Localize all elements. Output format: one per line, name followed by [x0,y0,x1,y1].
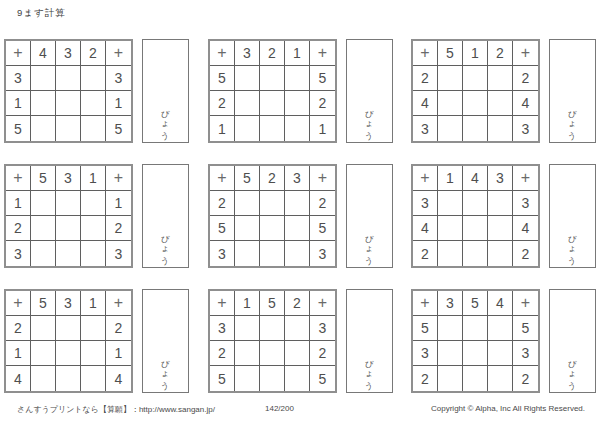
row-addend-cell: 3 [310,241,335,266]
answer-cell[interactable] [438,191,463,216]
answer-cell[interactable] [260,316,285,341]
row-addend-cell: 5 [310,66,335,91]
answer-cell[interactable] [235,216,260,241]
answer-cell[interactable] [56,341,81,366]
operator-cell: + [310,41,335,66]
row-addend-cell: 3 [413,191,438,216]
seconds-label: びょう [567,104,579,136]
row-addend-cell: 4 [106,366,131,391]
answer-cell[interactable] [235,241,260,266]
row-addend-cell: 1 [6,91,31,116]
answer-cell[interactable] [438,91,463,116]
puzzle-block-5: +523+225533びょう [208,164,394,268]
row-addend-cell: 2 [513,241,538,266]
answer-cell[interactable] [463,316,488,341]
puzzle-block-6: +143+334422びょう [411,164,597,268]
puzzle-grid: +523+225533 [208,164,337,268]
answer-cell[interactable] [285,116,310,141]
answer-cell[interactable] [438,341,463,366]
answer-cell[interactable] [235,316,260,341]
answer-cell[interactable] [285,91,310,116]
puzzle-grid: +531+112233 [4,164,133,268]
operator-cell: + [513,166,538,191]
row-addend-cell: 4 [513,216,538,241]
operator-cell: + [210,41,235,66]
footer-copyright: Copyright © Alpha, Inc All Rights Reserv… [431,404,585,413]
row-addend-cell: 1 [6,341,31,366]
answer-cell[interactable] [438,216,463,241]
puzzle-grid: +321+552211 [208,39,337,143]
puzzle-block-9: +354+553322びょう [411,289,597,393]
answer-cell[interactable] [56,366,81,391]
answer-cell[interactable] [463,91,488,116]
puzzle-block-7: +531+221144びょう [4,289,190,393]
answer-cell[interactable] [488,66,513,91]
answer-cell[interactable] [56,116,81,141]
answer-cell[interactable] [285,66,310,91]
row-addend-cell: 2 [310,91,335,116]
operator-cell: + [413,166,438,191]
puzzle-block-3: +512+224433びょう [411,39,597,143]
operator-cell: + [310,291,335,316]
top-addend-cell: 4 [488,291,513,316]
row-addend-cell: 3 [310,316,335,341]
row-addend-cell: 2 [310,191,335,216]
row-addend-cell: 3 [6,66,31,91]
time-box: びょう [549,39,596,143]
puzzle-block-1: +432+331155びょう [4,39,190,143]
top-addend-cell: 2 [81,41,106,66]
operator-cell: + [513,41,538,66]
top-addend-cell: 2 [285,291,310,316]
row-addend-cell: 3 [210,316,235,341]
answer-cell[interactable] [438,316,463,341]
top-addend-cell: 3 [438,291,463,316]
seconds-label: びょう [160,354,172,386]
top-addend-cell: 5 [260,291,285,316]
answer-cell[interactable] [260,366,285,391]
seconds-label: びょう [160,104,172,136]
row-addend-cell: 5 [210,66,235,91]
seconds-label: びょう [160,229,172,261]
row-addend-cell: 5 [413,316,438,341]
operator-cell: + [513,291,538,316]
top-addend-cell: 5 [31,166,56,191]
answer-cell[interactable] [31,366,56,391]
row-addend-cell: 1 [106,341,131,366]
answer-cell[interactable] [285,341,310,366]
operator-cell: + [6,291,31,316]
time-box: びょう [142,289,189,393]
row-addend-cell: 2 [513,66,538,91]
top-addend-cell: 5 [235,166,260,191]
row-addend-cell: 5 [6,116,31,141]
time-box: びょう [142,164,189,268]
row-addend-cell: 2 [413,241,438,266]
answer-cell[interactable] [260,91,285,116]
time-box: びょう [346,164,393,268]
row-addend-cell: 5 [106,116,131,141]
answer-cell[interactable] [56,66,81,91]
answer-cell[interactable] [31,241,56,266]
row-addend-cell: 4 [413,91,438,116]
answer-cell[interactable] [81,241,106,266]
operator-cell: + [6,41,31,66]
answer-cell[interactable] [488,216,513,241]
answer-cell[interactable] [260,216,285,241]
top-addend-cell: 5 [463,291,488,316]
answer-cell[interactable] [235,66,260,91]
row-addend-cell: 3 [413,341,438,366]
puzzle-block-8: +152+332255びょう [208,289,394,393]
row-addend-cell: 2 [413,66,438,91]
puzzle-grid: +354+553322 [411,289,540,393]
row-addend-cell: 2 [310,341,335,366]
footer-site-text: さんすうプリントなら【算願】：http://www.sangan.jp/ [17,404,215,415]
puzzle-grid: +432+331155 [4,39,133,143]
time-box: びょう [549,164,596,268]
row-addend-cell: 3 [513,191,538,216]
puzzle-grid: +512+224433 [411,39,540,143]
top-addend-cell: 4 [31,41,56,66]
answer-cell[interactable] [81,116,106,141]
answer-cell[interactable] [235,366,260,391]
answer-cell[interactable] [81,366,106,391]
answer-cell[interactable] [438,116,463,141]
row-addend-cell: 1 [106,91,131,116]
row-addend-cell: 3 [106,241,131,266]
top-addend-cell: 2 [488,41,513,66]
answer-cell[interactable] [31,91,56,116]
top-addend-cell: 1 [438,166,463,191]
answer-cell[interactable] [285,191,310,216]
row-addend-cell: 1 [310,116,335,141]
row-addend-cell: 2 [413,366,438,391]
answer-cell[interactable] [56,191,81,216]
answer-cell[interactable] [81,91,106,116]
answer-cell[interactable] [488,116,513,141]
answer-cell[interactable] [31,216,56,241]
operator-cell: + [210,166,235,191]
footer: さんすうプリントなら【算願】：http://www.sangan.jp/ 142… [0,404,600,418]
top-addend-cell: 1 [285,41,310,66]
time-box: びょう [142,39,189,143]
answer-cell[interactable] [235,91,260,116]
answer-cell[interactable] [56,316,81,341]
row-addend-cell: 3 [106,66,131,91]
answer-cell[interactable] [31,316,56,341]
answer-cell[interactable] [235,116,260,141]
answer-cell[interactable] [438,366,463,391]
row-addend-cell: 3 [513,116,538,141]
answer-cell[interactable] [488,316,513,341]
row-addend-cell: 1 [6,191,31,216]
answer-cell[interactable] [488,341,513,366]
puzzle-grid: +152+332255 [208,289,337,393]
time-box: びょう [549,289,596,393]
top-addend-cell: 5 [31,291,56,316]
answer-cell[interactable] [56,241,81,266]
answer-cell[interactable] [438,66,463,91]
answer-cell[interactable] [463,66,488,91]
top-addend-cell: 2 [260,166,285,191]
operator-cell: + [413,291,438,316]
answer-cell[interactable] [463,191,488,216]
top-addend-cell: 4 [463,166,488,191]
answer-cell[interactable] [81,66,106,91]
row-addend-cell: 2 [6,216,31,241]
top-addend-cell: 3 [488,166,513,191]
top-addend-cell: 1 [235,291,260,316]
row-addend-cell: 2 [513,366,538,391]
answer-cell[interactable] [81,216,106,241]
answer-cell[interactable] [463,366,488,391]
top-addend-cell: 1 [81,291,106,316]
answer-cell[interactable] [56,91,81,116]
puzzle-block-2: +321+552211びょう [208,39,394,143]
row-addend-cell: 4 [413,216,438,241]
answer-cell[interactable] [235,191,260,216]
time-box: びょう [346,39,393,143]
answer-cell[interactable] [463,241,488,266]
row-addend-cell: 4 [6,366,31,391]
answer-cell[interactable] [285,241,310,266]
operator-cell: + [106,166,131,191]
answer-cell[interactable] [260,341,285,366]
answer-cell[interactable] [56,216,81,241]
row-addend-cell: 5 [210,216,235,241]
row-addend-cell: 5 [310,216,335,241]
answer-cell[interactable] [260,116,285,141]
answer-cell[interactable] [31,116,56,141]
page-title: 9ます計算 [17,7,66,20]
row-addend-cell: 5 [513,316,538,341]
seconds-label: びょう [567,229,579,261]
operator-cell: + [106,41,131,66]
top-addend-cell: 3 [56,41,81,66]
top-addend-cell: 3 [56,166,81,191]
answer-cell[interactable] [438,241,463,266]
top-addend-cell: 1 [81,166,106,191]
row-addend-cell: 2 [210,91,235,116]
row-addend-cell: 3 [6,241,31,266]
row-addend-cell: 4 [513,91,538,116]
top-addend-cell: 3 [235,41,260,66]
puzzle-grid: +143+334422 [411,164,540,268]
answer-cell[interactable] [488,191,513,216]
puzzle-grid: +531+221144 [4,289,133,393]
top-addend-cell: 3 [56,291,81,316]
answer-cell[interactable] [285,216,310,241]
top-addend-cell: 2 [260,41,285,66]
operator-cell: + [106,291,131,316]
answer-cell[interactable] [463,341,488,366]
answer-cell[interactable] [260,191,285,216]
answer-cell[interactable] [260,241,285,266]
seconds-label: びょう [364,229,376,261]
seconds-label: びょう [567,354,579,386]
row-addend-cell: 5 [310,366,335,391]
row-addend-cell: 3 [413,116,438,141]
answer-cell[interactable] [31,191,56,216]
answer-cell[interactable] [285,316,310,341]
puzzle-block-4: +531+112233びょう [4,164,190,268]
seconds-label: びょう [364,354,376,386]
answer-cell[interactable] [81,191,106,216]
row-addend-cell: 5 [210,366,235,391]
top-addend-cell: 1 [463,41,488,66]
row-addend-cell: 3 [513,341,538,366]
answer-cell[interactable] [488,241,513,266]
answer-cell[interactable] [488,366,513,391]
answer-cell[interactable] [463,116,488,141]
row-addend-cell: 2 [210,191,235,216]
seconds-label: びょう [364,104,376,136]
operator-cell: + [6,166,31,191]
row-addend-cell: 1 [106,191,131,216]
footer-page-number: 142/200 [265,404,294,413]
answer-cell[interactable] [463,216,488,241]
answer-cell[interactable] [31,66,56,91]
operator-cell: + [310,166,335,191]
row-addend-cell: 2 [210,341,235,366]
operator-cell: + [210,291,235,316]
row-addend-cell: 1 [210,116,235,141]
top-addend-cell: 5 [438,41,463,66]
operator-cell: + [413,41,438,66]
top-addend-cell: 3 [285,166,310,191]
answer-cell[interactable] [235,341,260,366]
answer-cell[interactable] [81,341,106,366]
row-addend-cell: 2 [6,316,31,341]
answer-cell[interactable] [488,91,513,116]
time-box: びょう [346,289,393,393]
row-addend-cell: 2 [106,316,131,341]
answer-cell[interactable] [260,66,285,91]
answer-cell[interactable] [81,316,106,341]
row-addend-cell: 3 [210,241,235,266]
answer-cell[interactable] [31,341,56,366]
answer-cell[interactable] [285,366,310,391]
row-addend-cell: 2 [106,216,131,241]
